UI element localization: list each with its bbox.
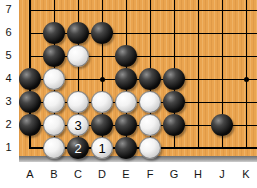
stone-G2[interactable]	[163, 114, 185, 136]
col-label-D: D	[94, 168, 111, 180]
row-label-2: 2	[0, 118, 17, 130]
stone-D6[interactable]	[91, 22, 113, 44]
stone-F4[interactable]	[139, 68, 161, 90]
stone-A2[interactable]	[19, 114, 41, 136]
col-label-K: K	[238, 168, 255, 180]
stone-A4[interactable]	[19, 68, 41, 90]
stone-E4[interactable]	[115, 68, 137, 90]
grid-line-row-7	[29, 10, 257, 11]
row-label-5: 5	[0, 49, 17, 61]
stone-D2[interactable]	[91, 114, 113, 136]
stone-B6[interactable]	[43, 22, 65, 44]
stone-C6[interactable]	[67, 22, 89, 44]
stone-E1[interactable]	[115, 137, 137, 159]
col-label-C: C	[70, 168, 87, 180]
col-label-B: B	[46, 168, 63, 180]
stone-F3[interactable]	[139, 91, 161, 113]
stone-C2[interactable]: 3	[67, 114, 89, 136]
star-point-K4	[244, 77, 249, 82]
go-diagram: 321 7654321ABCDEFGHJK	[0, 0, 257, 188]
row-label-4: 4	[0, 72, 17, 84]
stone-J2[interactable]	[211, 114, 233, 136]
row-label-7: 7	[0, 3, 17, 15]
stone-C1[interactable]: 2	[67, 137, 89, 159]
col-label-E: E	[118, 168, 135, 180]
stone-B1[interactable]	[43, 137, 65, 159]
col-label-H: H	[190, 168, 207, 180]
stone-E5[interactable]	[115, 45, 137, 67]
stone-F1[interactable]	[139, 137, 161, 159]
stone-B4[interactable]	[43, 68, 65, 90]
row-label-3: 3	[0, 95, 17, 107]
grid-line-col-H	[198, 0, 199, 149]
stone-G4[interactable]	[163, 68, 185, 90]
stone-C3[interactable]	[67, 91, 89, 113]
stone-F2[interactable]	[139, 114, 161, 136]
stone-D1[interactable]: 1	[91, 137, 113, 159]
col-label-F: F	[142, 168, 159, 180]
row-label-6: 6	[0, 26, 17, 38]
stone-B2[interactable]	[43, 114, 65, 136]
stone-D3[interactable]	[91, 91, 113, 113]
stone-E3[interactable]	[115, 91, 137, 113]
stone-C5[interactable]	[67, 45, 89, 67]
col-label-G: G	[166, 168, 183, 180]
col-label-J: J	[214, 168, 231, 180]
grid-line-col-K	[246, 0, 247, 149]
stone-G3[interactable]	[163, 91, 185, 113]
stone-B3[interactable]	[43, 91, 65, 113]
star-point-D4	[100, 77, 105, 82]
stone-A3[interactable]	[19, 91, 41, 113]
stone-B5[interactable]	[43, 45, 65, 67]
row-label-1: 1	[0, 141, 17, 153]
stone-E2[interactable]	[115, 114, 137, 136]
col-label-A: A	[22, 168, 39, 180]
